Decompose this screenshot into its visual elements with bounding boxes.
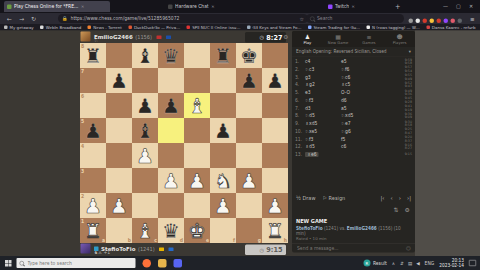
bookmark-item[interactable]: My getaway: [4, 25, 34, 30]
black-move[interactable]: O-O: [341, 90, 377, 95]
piece-white-pawn[interactable]: ♟: [214, 196, 232, 216]
move-row: 11.♘f3f59:208:37: [292, 135, 415, 143]
top-player-badge: [166, 36, 171, 40]
white-move[interactable]: ♘xe5: [305, 129, 341, 134]
tray-app-name: Result: [373, 261, 387, 266]
tab-favicon: [7, 4, 12, 9]
square-d3[interactable]: ♟: [158, 168, 184, 193]
square-b5[interactable]: [106, 118, 132, 143]
square-e4[interactable]: [184, 143, 210, 168]
new-game-meta: Rated • 10 min: [296, 237, 411, 242]
piece-white-pawn[interactable]: ♟: [266, 196, 284, 216]
piece-white-pawn[interactable]: ♟: [188, 171, 206, 191]
rank-label: 2: [81, 194, 84, 199]
menu-icon[interactable]: ≡: [470, 16, 475, 23]
square-g6[interactable]: [236, 93, 262, 118]
square-a1[interactable]: 1a♜: [80, 218, 106, 243]
move-row: 9.♗xd5♘e79:308:58: [292, 120, 415, 128]
white-move[interactable]: ♗g2: [305, 82, 341, 87]
window-maximize-button[interactable]: ▢: [456, 3, 461, 9]
chat-input[interactable]: [296, 245, 406, 251]
window-minimize-button[interactable]: —: [443, 3, 448, 9]
square-h2[interactable]: ♟: [262, 193, 288, 218]
rank-label: 5: [81, 119, 84, 124]
extension-icon-4[interactable]: [430, 19, 435, 24]
piece-black-bishop[interactable]: ♝: [136, 46, 154, 66]
square-g1[interactable]: g: [236, 218, 262, 243]
extension-icon-3[interactable]: [423, 19, 428, 24]
tab-title: Hardware Chat: [175, 4, 209, 9]
square-h8[interactable]: [262, 43, 288, 68]
rank-label: 4: [81, 144, 84, 149]
square-h6[interactable]: [262, 93, 288, 118]
bookmark-item[interactable]: N (rows tagging) — W…: [367, 25, 420, 30]
search-icon: [310, 16, 315, 21]
square-g7[interactable]: ♟: [236, 68, 262, 93]
move-number: 1.: [295, 59, 305, 64]
black-move[interactable]: c6: [341, 144, 377, 149]
bottom-player-clock: ◷ 9:15: [245, 245, 286, 256]
square-d7[interactable]: [158, 68, 184, 93]
new-tab-button[interactable]: +: [395, 3, 400, 11]
top-player-flag: [156, 36, 161, 40]
piece-black-bishop[interactable]: ♝: [136, 121, 154, 141]
sidebar-tab-games[interactable]: ≡Games: [354, 31, 385, 47]
move-times: 9:419:19: [405, 104, 412, 111]
system-tray: R Result ∧ ⇵▤◀ ENG 20:13 2023-02-14: [363, 258, 480, 268]
move-times: 9:369:09: [405, 112, 412, 119]
tray-status-icon-1[interactable]: ⇵: [400, 261, 404, 266]
sidebar-tab-players[interactable]: ☻Players: [384, 31, 415, 47]
browser-tab-1[interactable]: Play Chess Online for *FRE…✕: [4, 1, 110, 12]
square-b8[interactable]: [106, 43, 132, 68]
piece-black-pawn[interactable]: ♟: [240, 71, 258, 91]
tray-app-icon: R: [363, 260, 370, 267]
chess-board: 8♜♝♛♜♚7♟♟♟6♟♟♝5♟♝♟4♟3♟♟♞♟2♟♟♟♟1a♜bc♝d♛e♚…: [80, 43, 288, 243]
bookmark-favicon: [128, 26, 132, 30]
bottom-player-avatar[interactable]: [81, 244, 91, 254]
next-move-icon[interactable]: ›: [399, 194, 401, 201]
top-clock-time: 8:27: [266, 34, 282, 42]
square-f6[interactable]: [210, 93, 236, 118]
move-times: 9:599:58: [405, 58, 412, 65]
sidebar-tabs: ♟Play▦New Game≡Games☻Players: [292, 31, 415, 47]
white-move[interactable]: ♗e6: [305, 152, 341, 157]
bookmark-label: WebIn Broadband: [46, 25, 82, 30]
square-f5[interactable]: ♟: [210, 118, 236, 143]
square-h7[interactable]: ♟: [262, 68, 288, 93]
taskbar-app-icon-1[interactable]: [143, 259, 152, 268]
piece-white-pawn[interactable]: ♟: [84, 196, 102, 216]
sidebar-tab-play[interactable]: ♟Play: [292, 31, 323, 47]
bookmark-favicon: [4, 26, 8, 30]
move-row: 10.♘xe5♘g69:258:47: [292, 127, 415, 135]
move-row: 6.♘f3d69:459:28: [292, 96, 415, 104]
bookmark-item[interactable]: News - Torrent: [88, 25, 122, 30]
square-b7[interactable]: ♟: [106, 68, 132, 93]
bookmark-label: Steam Trading for Gu…: [314, 25, 361, 30]
black-move[interactable]: e5: [341, 59, 377, 64]
top-player-avatar[interactable]: [81, 32, 91, 42]
square-a6[interactable]: 6: [80, 93, 106, 118]
sidebar-tab-label: New Game: [328, 40, 349, 45]
piece-black-pawn[interactable]: ♟: [162, 96, 180, 116]
window-close-button[interactable]: ✕: [469, 3, 473, 9]
browser-tab-strip: + — ▢ ✕ Play Chess Online for *FRE…✕Hard…: [0, 0, 480, 13]
tab-close-icon[interactable]: ✕: [211, 4, 214, 9]
square-b4[interactable]: [106, 143, 132, 168]
square-g8[interactable]: ♚: [236, 43, 262, 68]
taskbar-app-icon-3[interactable]: [174, 259, 183, 268]
piece-black-pawn[interactable]: ♟: [136, 96, 154, 116]
board-settings-gear-icon[interactable]: ⚙: [283, 34, 288, 41]
browser-search-box[interactable]: Search: [306, 14, 404, 23]
new-game-title: NEW GAME: [296, 219, 411, 225]
white-move[interactable]: ♗xd5: [305, 121, 341, 126]
square-c5[interactable]: ♝: [132, 118, 158, 143]
bookmark-favicon: [40, 26, 44, 30]
square-b3[interactable]: [106, 168, 132, 193]
extension-icon-8[interactable]: [458, 19, 463, 24]
taskbar-search-input[interactable]: [27, 260, 133, 266]
piece-black-pawn[interactable]: ♟: [214, 121, 232, 141]
move-number: 9.: [295, 121, 305, 126]
page-right-gutter: [415, 31, 480, 257]
bottom-player-bar: StefioToFio (1241) ♞♙ +1 ◷ 9:15: [80, 244, 288, 256]
square-e7[interactable]: [184, 68, 210, 93]
square-g5[interactable]: [236, 118, 262, 143]
opening-name-row: English Opening: Reversed Sicilian, Clos…: [292, 47, 415, 57]
tray-status-icon-2[interactable]: ▤: [408, 261, 412, 266]
opening-name[interactable]: English Opening: Reversed Sicilian, Clos…: [296, 49, 387, 54]
move-number: 10.: [295, 129, 305, 134]
square-c4[interactable]: ♟: [132, 143, 158, 168]
bookmark-item[interactable]: DuckDuckGo — Priva…: [128, 25, 180, 30]
bookmark-label: Dansa Kaarec - refurb: [432, 25, 476, 30]
top-player-name[interactable]: EmilioG2466: [94, 34, 133, 41]
square-c1[interactable]: c♝: [132, 218, 158, 243]
browser-tab-3[interactable]: Twitch✕: [325, 1, 386, 12]
square-d8[interactable]: ♛: [158, 43, 184, 68]
square-g2[interactable]: [236, 193, 262, 218]
move-row: 13.♗e69:15: [292, 151, 415, 159]
settings-gear-icon[interactable]: ⚙: [405, 207, 410, 214]
square-f8[interactable]: ♜: [210, 43, 236, 68]
black-move[interactable]: ♘g6: [341, 129, 377, 134]
square-a4[interactable]: 4: [80, 143, 106, 168]
games-icon: ≡: [366, 33, 371, 39]
extension-icon-1[interactable]: [409, 19, 414, 24]
black-move[interactable]: f5: [341, 136, 377, 141]
move-row: 7.d3a59:419:19: [292, 104, 415, 112]
move-times: 9:208:37: [405, 135, 412, 142]
piece-black-king[interactable]: ♚: [240, 46, 258, 66]
extension-icon-6[interactable]: [444, 19, 449, 24]
resign-button[interactable]: ⚐ Resign: [323, 195, 346, 201]
bookmark-item[interactable]: Steam Trading for Gu…: [308, 25, 360, 30]
browser-tab-2[interactable]: Hardware Chat✕: [165, 1, 239, 12]
move-number: 13.: [295, 152, 305, 157]
piece-white-pawn[interactable]: ♟: [162, 171, 180, 191]
back-icon[interactable]: ←: [7, 15, 12, 22]
move-number: 5.: [295, 90, 305, 95]
bookmark-label: News - Torrent: [93, 25, 122, 30]
square-f2[interactable]: ♟: [210, 193, 236, 218]
file-label: e: [206, 238, 209, 243]
piece-white-bishop[interactable]: ♝: [188, 96, 206, 116]
bookmark-item[interactable]: SPII NUC II Online issu…: [187, 25, 241, 30]
tray-status-icon-3[interactable]: ◀: [416, 261, 419, 266]
black-move[interactable]: d6: [341, 98, 377, 103]
piece-white-king[interactable]: ♚: [188, 221, 206, 241]
file-label: c: [154, 238, 157, 243]
draw-button[interactable]: ½ Draw: [296, 195, 316, 201]
new-game-line: StefioToFio (1241) vs. EmilioG2466 (1156…: [296, 226, 411, 236]
sidebar-tab-label: Players: [393, 40, 407, 45]
square-f4[interactable]: [210, 143, 236, 168]
search-placeholder: Search: [317, 16, 332, 21]
square-a2[interactable]: 2♟: [80, 193, 106, 218]
square-a3[interactable]: 3: [80, 168, 106, 193]
play-icon: ♟: [305, 33, 310, 39]
move-number: 3.: [295, 74, 305, 79]
bookmark-favicon: [308, 26, 312, 30]
first-move-icon[interactable]: |‹: [380, 194, 384, 201]
rank-label: 8: [81, 44, 84, 49]
bookmark-item[interactable]: Dansa Kaarec - refurb: [426, 25, 475, 30]
white-move[interactable]: ♘f3: [305, 136, 341, 141]
move-times: 9:15: [405, 153, 412, 157]
move-row: 3.g3♘c69:559:49: [292, 73, 415, 81]
square-b2[interactable]: ♟: [106, 193, 132, 218]
square-h5[interactable]: [262, 118, 288, 143]
square-h1[interactable]: h♜: [262, 218, 288, 243]
square-b6[interactable]: [106, 93, 132, 118]
move-number: 11.: [295, 136, 305, 141]
piece-black-rook[interactable]: ♜: [214, 46, 232, 66]
bottom-player-badge2: [169, 248, 174, 252]
white-move[interactable]: ♘d5: [305, 113, 341, 118]
sidebar-tool-icons: ⇅⚙: [292, 204, 415, 217]
square-d1[interactable]: d♛: [158, 218, 184, 243]
white-move[interactable]: e3: [305, 90, 341, 95]
black-move[interactable]: a5: [341, 105, 377, 110]
move-times: 9:168:27: [405, 143, 412, 150]
square-e8[interactable]: [184, 43, 210, 68]
piece-white-rook[interactable]: ♜: [266, 221, 284, 241]
square-c7[interactable]: [132, 68, 158, 93]
bookmark-label: N (rows tagging) — W…: [372, 25, 420, 30]
square-c8[interactable]: ♝: [132, 43, 158, 68]
square-f7[interactable]: [210, 68, 236, 93]
square-b1[interactable]: b: [106, 218, 132, 243]
piece-white-bishop[interactable]: ♝: [136, 221, 154, 241]
square-g3[interactable]: ♟: [236, 168, 262, 193]
bookmark-label: My getaway: [10, 25, 34, 30]
last-move-icon[interactable]: ›|: [407, 194, 411, 201]
move-number: 6.: [295, 98, 305, 103]
white-move[interactable]: g3: [305, 74, 341, 79]
square-h3[interactable]: [262, 168, 288, 193]
piece-white-pawn[interactable]: ♟: [136, 146, 154, 166]
sidebar-tab-label: Play: [303, 40, 311, 45]
move-times: 9:579:54: [405, 66, 412, 73]
rank-label: 1: [81, 219, 84, 224]
rank-label: 6: [81, 94, 84, 99]
square-c3[interactable]: [132, 168, 158, 193]
chevron-down-icon[interactable]: ▾: [409, 49, 411, 54]
top-player-captured-pieces: ♘: [94, 38, 98, 43]
square-a5[interactable]: 5♟: [80, 118, 106, 143]
move-row: 8.♘d5♘xd59:369:09: [292, 112, 415, 120]
emoji-icon[interactable]: ☺: [406, 246, 411, 252]
tab-favicon: [168, 4, 173, 9]
square-c2[interactable]: [132, 193, 158, 218]
file-label: f: [233, 238, 235, 243]
bookmark-star-icon[interactable]: ☆: [300, 16, 304, 22]
square-c6[interactable]: ♟: [132, 93, 158, 118]
bookmark-label: DuckDuckGo — Priva…: [134, 25, 180, 30]
move-times: 9:459:28: [405, 97, 412, 104]
square-e5[interactable]: [184, 118, 210, 143]
move-row: 1.c4e59:599:58: [292, 58, 415, 66]
extension-icon-2[interactable]: [416, 19, 421, 24]
piece-black-queen[interactable]: ♛: [162, 46, 180, 66]
bookmark-favicon: [247, 26, 251, 30]
bottom-clock-time: 9:15: [266, 246, 282, 254]
taskbar-app-icon-2[interactable]: [158, 259, 167, 268]
square-d2[interactable]: [158, 193, 184, 218]
square-e1[interactable]: e♚: [184, 218, 210, 243]
tab-close-icon[interactable]: ✕: [352, 4, 355, 9]
bookmark-favicon: [426, 26, 430, 30]
forward-icon[interactable]: →: [19, 15, 24, 22]
square-g4[interactable]: [236, 143, 262, 168]
new-game-icon: ▦: [335, 33, 341, 39]
screen: + — ▢ ✕ Play Chess Online for *FRE…✕Hard…: [0, 0, 480, 270]
piece-black-pawn[interactable]: ♟: [84, 121, 102, 141]
black-move[interactable]: ♘e7: [341, 121, 377, 126]
sidebar-tab-label: Games: [362, 40, 375, 45]
move-row: 12.♗d5c69:168:27: [292, 143, 415, 151]
reload-icon[interactable]: ↻: [31, 15, 36, 22]
bookmark-favicon: [88, 26, 92, 30]
move-number: 8.: [295, 113, 305, 118]
clock-icon: ◷: [259, 35, 263, 41]
extension-icon-5[interactable]: [437, 19, 442, 24]
extension-icon-7[interactable]: [451, 19, 456, 24]
square-e6[interactable]: ♝: [184, 93, 210, 118]
move-row: 2.♘c3♘f69:579:54: [292, 65, 415, 73]
square-d6[interactable]: ♟: [158, 93, 184, 118]
square-d5[interactable]: [158, 118, 184, 143]
piece-white-knight[interactable]: ♞: [214, 171, 232, 191]
black-move[interactable]: ♗c5: [341, 82, 377, 87]
flip-board-icon[interactable]: ⇅: [394, 207, 399, 214]
piece-black-rook[interactable]: ♜: [84, 46, 102, 66]
new-game-announcement: NEW GAME StefioToFio (1241) vs. EmilioG2…: [292, 217, 415, 242]
top-player-name-row: EmilioG2466 (1156): [94, 32, 171, 42]
move-row: 4.♗g2♗c59:529:43: [292, 81, 415, 89]
bookmark-favicon: [187, 26, 191, 30]
top-player-bar: EmilioG2466 (1156) ♘ ◷ 8:27 ⚙: [80, 32, 288, 44]
bottom-player-captured-pieces: ♞♙ +1: [94, 250, 110, 255]
tab-title: Twitch: [335, 4, 349, 9]
square-e2[interactable]: [184, 193, 210, 218]
address-bar[interactable]: 🔒 https://www.chess.com/game/live/512859…: [58, 14, 308, 23]
piece-black-queen[interactable]: ♛: [162, 221, 180, 241]
bottom-player-flag: [159, 248, 164, 252]
tab-close-icon[interactable]: ✕: [81, 4, 84, 9]
piece-white-pawn[interactable]: ♟: [240, 171, 258, 191]
piece-black-pawn[interactable]: ♟: [110, 71, 128, 91]
tray-app[interactable]: R Result: [363, 260, 386, 267]
square-e3[interactable]: ♟: [184, 168, 210, 193]
url-text[interactable]: https://www.chess.com/game/live/51285965…: [71, 16, 297, 21]
language-indicator[interactable]: ENG: [425, 261, 435, 266]
black-move[interactable]: ♘c6: [341, 74, 377, 79]
move-number: 7.: [295, 105, 305, 110]
black-move[interactable]: ♘xd5: [341, 113, 377, 118]
move-times: 9:529:43: [405, 81, 412, 88]
black-move[interactable]: ♘f6: [341, 67, 377, 72]
bookmark-label: G3 Keys and Steam Fo…: [252, 25, 301, 30]
white-move[interactable]: ♘c3: [305, 67, 341, 72]
move-number: 2.: [295, 67, 305, 72]
windows-taskbar: R Result ∧ ⇵▤◀ ENG 20:13 2023-02-14: [0, 256, 480, 270]
square-d4[interactable]: [158, 143, 184, 168]
piece-black-pawn[interactable]: ♟: [266, 71, 284, 91]
bookmark-item[interactable]: G3 Keys and Steam Fo…: [247, 25, 302, 30]
file-label: a: [102, 238, 105, 243]
sidebar-tab-new-game[interactable]: ▦New Game: [323, 31, 354, 47]
move-number: 4.: [295, 82, 305, 87]
square-h4[interactable]: [262, 143, 288, 168]
top-player-clock: ◷ 8:27: [245, 32, 286, 43]
notification-center-icon[interactable]: [469, 260, 476, 266]
bookmark-item[interactable]: WebIn Broadband: [40, 25, 81, 30]
black-player-link[interactable]: EmilioG2466: [347, 226, 377, 231]
taskbar-clock[interactable]: 20:13 2023-02-14: [439, 258, 464, 268]
white-move[interactable]: d3: [305, 105, 341, 110]
move-times: 9:559:49: [405, 73, 412, 80]
rank-label: 3: [81, 169, 84, 174]
piece-white-pawn[interactable]: ♟: [110, 196, 128, 216]
square-a7[interactable]: 7: [80, 68, 106, 93]
move-number: 12.: [295, 144, 305, 149]
piece-white-rook[interactable]: ♜: [84, 221, 102, 241]
square-a8[interactable]: 8♜: [80, 43, 106, 68]
lock-icon: 🔒: [62, 16, 68, 21]
square-f3[interactable]: ♞: [210, 168, 236, 193]
taskbar-search[interactable]: [17, 258, 136, 268]
file-label: d: [180, 238, 183, 243]
start-button[interactable]: [5, 260, 12, 267]
bookmark-label: SPII NUC II Online issu…: [192, 25, 240, 30]
file-label: g: [258, 238, 261, 243]
prev-move-icon[interactable]: ‹: [391, 194, 393, 201]
white-move[interactable]: ♗d5: [305, 144, 341, 149]
white-move[interactable]: c4: [305, 59, 341, 64]
white-move[interactable]: ♘f3: [305, 98, 341, 103]
square-f1[interactable]: f: [210, 218, 236, 243]
sidebar-spacer: [292, 159, 415, 192]
move-times: 9:308:58: [405, 120, 412, 127]
taskbar-app-icons: [136, 259, 183, 268]
file-label: h: [284, 238, 287, 243]
move-times: 9:258:47: [405, 128, 412, 135]
tray-expand-icon[interactable]: ∧: [392, 261, 395, 266]
